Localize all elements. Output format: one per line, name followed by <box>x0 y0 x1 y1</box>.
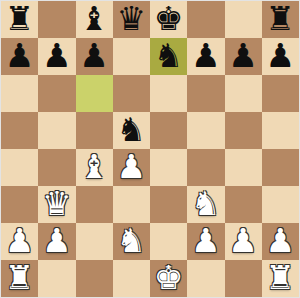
square-h4[interactable] <box>262 149 299 186</box>
square-g5[interactable] <box>225 112 262 149</box>
square-f5[interactable] <box>187 112 224 149</box>
white-pawn-icon[interactable]: ♟ <box>266 224 296 257</box>
square-e3[interactable] <box>150 186 187 223</box>
square-h6[interactable] <box>262 75 299 112</box>
square-a4[interactable] <box>1 149 38 186</box>
white-queen-icon[interactable]: ♛ <box>42 187 72 220</box>
square-f7[interactable]: ♟ <box>187 38 224 75</box>
square-b5[interactable] <box>38 112 75 149</box>
square-b4[interactable] <box>38 149 75 186</box>
black-knight-icon[interactable]: ♞ <box>154 39 184 72</box>
square-a5[interactable] <box>1 112 38 149</box>
white-king-icon[interactable]: ♚ <box>154 261 184 294</box>
square-d7[interactable] <box>113 38 150 75</box>
black-pawn-icon[interactable]: ♟ <box>191 39 221 72</box>
square-f6[interactable] <box>187 75 224 112</box>
white-rook-icon[interactable]: ♜ <box>266 261 296 294</box>
square-c6[interactable] <box>76 75 113 112</box>
white-pawn-icon[interactable]: ♟ <box>191 224 221 257</box>
square-d1[interactable] <box>113 260 150 297</box>
white-pawn-icon[interactable]: ♟ <box>228 224 258 257</box>
black-pawn-icon[interactable]: ♟ <box>228 39 258 72</box>
chess-board: ♜♝♛♚♜♟♟♟♞♟♟♟♞♝♟♛♞♟♟♞♟♟♟♜♚♜ <box>0 0 300 298</box>
square-h3[interactable] <box>262 186 299 223</box>
square-g1[interactable] <box>225 260 262 297</box>
square-c5[interactable] <box>76 112 113 149</box>
square-f1[interactable] <box>187 260 224 297</box>
black-pawn-icon[interactable]: ♟ <box>79 39 109 72</box>
square-e6[interactable] <box>150 75 187 112</box>
white-rook-icon[interactable]: ♜ <box>5 261 35 294</box>
square-g6[interactable] <box>225 75 262 112</box>
square-h5[interactable] <box>262 112 299 149</box>
square-c2[interactable] <box>76 223 113 260</box>
square-b1[interactable] <box>38 260 75 297</box>
square-e7[interactable]: ♞ <box>150 38 187 75</box>
square-b2[interactable]: ♟ <box>38 223 75 260</box>
square-d3[interactable] <box>113 186 150 223</box>
square-c8[interactable]: ♝ <box>76 1 113 38</box>
black-knight-icon[interactable]: ♞ <box>117 113 147 146</box>
square-b3[interactable]: ♛ <box>38 186 75 223</box>
square-c4[interactable]: ♝ <box>76 149 113 186</box>
black-king-icon[interactable]: ♚ <box>154 2 184 35</box>
square-b6[interactable] <box>38 75 75 112</box>
white-knight-icon[interactable]: ♞ <box>191 187 221 220</box>
white-pawn-icon[interactable]: ♟ <box>42 224 72 257</box>
square-d4[interactable]: ♟ <box>113 149 150 186</box>
square-c1[interactable] <box>76 260 113 297</box>
black-rook-icon[interactable]: ♜ <box>5 2 35 35</box>
square-d6[interactable] <box>113 75 150 112</box>
black-pawn-icon[interactable]: ♟ <box>42 39 72 72</box>
chess-app: ♜♝♛♚♜♟♟♟♞♟♟♟♞♝♟♛♞♟♟♞♟♟♟♜♚♜ <box>0 0 300 298</box>
square-e8[interactable]: ♚ <box>150 1 187 38</box>
white-pawn-icon[interactable]: ♟ <box>5 224 35 257</box>
square-e1[interactable]: ♚ <box>150 260 187 297</box>
black-rook-icon[interactable]: ♜ <box>266 2 296 35</box>
square-a2[interactable]: ♟ <box>1 223 38 260</box>
square-a6[interactable] <box>1 75 38 112</box>
square-f2[interactable]: ♟ <box>187 223 224 260</box>
square-e2[interactable] <box>150 223 187 260</box>
square-g2[interactable]: ♟ <box>225 223 262 260</box>
square-b7[interactable]: ♟ <box>38 38 75 75</box>
square-d8[interactable]: ♛ <box>113 1 150 38</box>
square-g8[interactable] <box>225 1 262 38</box>
square-c3[interactable] <box>76 186 113 223</box>
square-h2[interactable]: ♟ <box>262 223 299 260</box>
square-g3[interactable] <box>225 186 262 223</box>
square-h8[interactable]: ♜ <box>262 1 299 38</box>
white-bishop-icon[interactable]: ♝ <box>79 150 109 183</box>
square-e4[interactable] <box>150 149 187 186</box>
square-f3[interactable]: ♞ <box>187 186 224 223</box>
square-h7[interactable]: ♟ <box>262 38 299 75</box>
black-pawn-icon[interactable]: ♟ <box>5 39 35 72</box>
square-d5[interactable]: ♞ <box>113 112 150 149</box>
square-f8[interactable] <box>187 1 224 38</box>
square-f4[interactable] <box>187 149 224 186</box>
square-a7[interactable]: ♟ <box>1 38 38 75</box>
square-b8[interactable] <box>38 1 75 38</box>
square-a8[interactable]: ♜ <box>1 1 38 38</box>
square-d2[interactable]: ♞ <box>113 223 150 260</box>
square-a3[interactable] <box>1 186 38 223</box>
square-g7[interactable]: ♟ <box>225 38 262 75</box>
white-pawn-icon[interactable]: ♟ <box>117 150 147 183</box>
square-c7[interactable]: ♟ <box>76 38 113 75</box>
square-g4[interactable] <box>225 149 262 186</box>
square-h1[interactable]: ♜ <box>262 260 299 297</box>
black-pawn-icon[interactable]: ♟ <box>266 39 296 72</box>
black-bishop-icon[interactable]: ♝ <box>79 2 109 35</box>
black-queen-icon[interactable]: ♛ <box>117 2 147 35</box>
square-a1[interactable]: ♜ <box>1 260 38 297</box>
white-knight-icon[interactable]: ♞ <box>117 224 147 257</box>
square-e5[interactable] <box>150 112 187 149</box>
